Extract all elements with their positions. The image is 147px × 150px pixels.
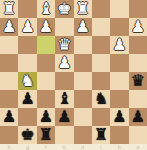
square-c1[interactable] (92, 0, 110, 18)
white-knight-g5[interactable]: ♞ (20, 72, 34, 90)
file-label-f: f (37, 145, 55, 150)
file-label-a: a (129, 145, 147, 150)
file-coordinates-strip: hgfedcba (0, 144, 147, 150)
square-a8[interactable] (129, 126, 147, 144)
square-f5[interactable] (37, 72, 55, 90)
black-pawn-f7[interactable]: ♟ (39, 108, 53, 126)
square-e3[interactable]: ♛ (55, 36, 73, 54)
square-h2[interactable]: ♟ (0, 18, 18, 36)
square-a2[interactable]: ♟ (129, 18, 147, 36)
square-b1[interactable] (110, 0, 128, 18)
white-pawn-f2[interactable]: ♟ (39, 18, 53, 36)
square-f7[interactable]: ♟ (37, 108, 55, 126)
square-e4[interactable]: ♟ (55, 54, 73, 72)
square-a4[interactable] (129, 54, 147, 72)
square-d6[interactable] (74, 90, 92, 108)
white-pawn-h2[interactable]: ♟ (2, 18, 16, 36)
black-queen-a5[interactable]: ♛ (131, 72, 145, 90)
black-knight-c6[interactable]: ♞ (94, 90, 108, 108)
square-b4[interactable] (110, 54, 128, 72)
square-c4[interactable] (92, 54, 110, 72)
white-queen-e3[interactable]: ♛ (57, 36, 71, 54)
square-e6[interactable]: ♝ (55, 90, 73, 108)
file-label-h: h (0, 145, 18, 150)
white-rook-d1[interactable]: ♜ (76, 0, 90, 18)
square-a3[interactable] (129, 36, 147, 54)
square-e7[interactable]: ♟ (55, 108, 73, 126)
square-h6[interactable] (0, 90, 18, 108)
square-b8[interactable] (110, 126, 128, 144)
black-king-g8[interactable]: ♚ (20, 126, 34, 144)
square-d4[interactable] (74, 54, 92, 72)
square-d8[interactable] (74, 126, 92, 144)
black-bishop-e6[interactable]: ♝ (57, 90, 71, 108)
black-pawn-g6[interactable]: ♟ (20, 90, 34, 108)
square-a1[interactable] (129, 0, 147, 18)
black-rook-c8[interactable]: ♜ (94, 126, 108, 144)
square-a7[interactable]: ♟ (129, 108, 147, 126)
square-b6[interactable] (110, 90, 128, 108)
square-e5[interactable] (55, 72, 73, 90)
square-h5[interactable] (0, 72, 18, 90)
square-f2[interactable]: ♟ (37, 18, 55, 36)
square-h4[interactable] (0, 54, 18, 72)
square-h7[interactable]: ♟ (0, 108, 18, 126)
square-f1[interactable]: ♝ (37, 0, 55, 18)
square-c3[interactable] (92, 36, 110, 54)
square-c2[interactable] (92, 18, 110, 36)
square-g5[interactable]: ♞ (18, 72, 36, 90)
file-label-c: c (92, 145, 110, 150)
square-c7[interactable] (92, 108, 110, 126)
square-d3[interactable] (74, 36, 92, 54)
white-pawn-e4[interactable]: ♟ (57, 54, 71, 72)
chess-position-screenshot: ♜♝♚♜♟♟♟♟♟♛♟♟♞♛♟♝♞♟♟♟♟♟♚♜♜ hgfedcba (0, 0, 147, 150)
square-h3[interactable] (0, 36, 18, 54)
square-c6[interactable]: ♞ (92, 90, 110, 108)
square-d7[interactable] (74, 108, 92, 126)
square-b5[interactable] (110, 72, 128, 90)
square-a6[interactable] (129, 90, 147, 108)
file-label-e: e (55, 145, 73, 150)
white-king-e1[interactable]: ♚ (57, 0, 71, 18)
square-g4[interactable] (18, 54, 36, 72)
chess-board: ♜♝♚♜♟♟♟♟♟♛♟♟♞♛♟♝♞♟♟♟♟♟♚♜♜ (0, 0, 147, 144)
white-pawn-a2[interactable]: ♟ (131, 18, 145, 36)
black-pawn-h7[interactable]: ♟ (2, 108, 16, 126)
square-g3[interactable] (18, 36, 36, 54)
square-f6[interactable] (37, 90, 55, 108)
white-pawn-b3[interactable]: ♟ (112, 36, 126, 54)
square-g7[interactable] (18, 108, 36, 126)
black-pawn-b7[interactable]: ♟ (112, 108, 126, 126)
square-h1[interactable]: ♜ (0, 0, 18, 18)
square-b7[interactable]: ♟ (110, 108, 128, 126)
file-label-b: b (110, 145, 128, 150)
file-label-d: d (74, 145, 92, 150)
square-f4[interactable] (37, 54, 55, 72)
square-b3[interactable]: ♟ (110, 36, 128, 54)
square-d2[interactable]: ♟ (74, 18, 92, 36)
square-g8[interactable]: ♚ (18, 126, 36, 144)
square-b2[interactable] (110, 18, 128, 36)
square-f3[interactable] (37, 36, 55, 54)
square-f8[interactable]: ♜ (37, 126, 55, 144)
square-g2[interactable]: ♟ (18, 18, 36, 36)
square-d1[interactable]: ♜ (74, 0, 92, 18)
square-d5[interactable] (74, 72, 92, 90)
white-pawn-d2[interactable]: ♟ (76, 18, 90, 36)
square-h8[interactable] (0, 126, 18, 144)
white-rook-h1[interactable]: ♜ (2, 0, 16, 18)
square-c5[interactable] (92, 72, 110, 90)
white-bishop-f1[interactable]: ♝ (39, 0, 53, 18)
black-pawn-a7[interactable]: ♟ (131, 108, 145, 126)
white-pawn-g2[interactable]: ♟ (20, 18, 34, 36)
file-label-g: g (18, 145, 36, 150)
square-g6[interactable]: ♟ (18, 90, 36, 108)
square-e1[interactable]: ♚ (55, 0, 73, 18)
square-e8[interactable] (55, 126, 73, 144)
black-rook-f8[interactable]: ♜ (39, 126, 53, 144)
square-c8[interactable]: ♜ (92, 126, 110, 144)
black-pawn-e7[interactable]: ♟ (57, 108, 71, 126)
square-e2[interactable] (55, 18, 73, 36)
square-a5[interactable]: ♛ (129, 72, 147, 90)
square-g1[interactable] (18, 0, 36, 18)
